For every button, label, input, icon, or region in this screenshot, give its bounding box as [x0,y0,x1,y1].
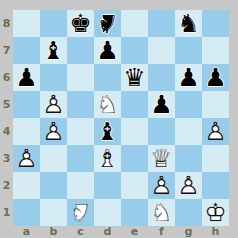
square-g2[interactable]: ♟♙ [175,172,202,199]
file-label-g: g [175,226,202,238]
piece-black-inverted-knight-d8[interactable]: ♞ [94,10,121,37]
square-c5[interactable] [67,91,94,118]
square-a8[interactable] [13,10,40,37]
rank-label-4: 4 [0,118,13,145]
square-e6[interactable]: ♛ [121,64,148,91]
square-f1[interactable]: ♞♘ [148,199,175,226]
square-d6[interactable] [94,64,121,91]
square-a4[interactable] [13,118,40,145]
piece-white-bishop-d3[interactable]: ♝♗ [94,145,121,172]
square-e4[interactable] [121,118,148,145]
square-f2[interactable]: ♟♙ [148,172,175,199]
square-c4[interactable] [67,118,94,145]
pawn-glyph: ♟ [202,64,229,91]
piece-white-king-h1[interactable]: ♚♔ [202,199,229,226]
file-label-c: c [67,226,94,238]
piece-black-pawn-d7[interactable]: ♟ [94,37,121,64]
square-h1[interactable]: ♚♔ [202,199,229,226]
square-h2[interactable] [202,172,229,199]
file-label-f: f [148,226,175,238]
piece-black-queen-e6[interactable]: ♛ [121,64,148,91]
square-f7[interactable] [148,37,175,64]
knight-glyph: ♞ [148,199,175,226]
bishop-glyph: ♝ [94,145,121,172]
pawn-glyph: ♟ [13,64,40,91]
pawn-outline-glyph: ♙ [40,91,67,118]
piece-black-pawn-f5[interactable]: ♟ [148,91,175,118]
square-a7[interactable] [13,37,40,64]
king-outline-glyph: ♔ [202,199,229,226]
piece-white-pawn-h4[interactable]: ♟♙ [202,118,229,145]
piece-white-inverted-knight-c1[interactable]: ♞♘ [67,199,94,226]
bishop-glyph: ♝ [94,118,121,145]
square-h8[interactable] [202,10,229,37]
pawn-glyph: ♟ [94,37,121,64]
square-b1[interactable] [40,199,67,226]
square-d3[interactable]: ♝♗ [94,145,121,172]
pawn-outline-glyph: ♙ [175,172,202,199]
square-f6[interactable] [148,64,175,91]
square-h6[interactable]: ♟ [202,64,229,91]
square-b7[interactable]: ♝ [40,37,67,64]
queen-outline-glyph: ♕ [148,145,175,172]
piece-black-pawn-a6[interactable]: ♟ [13,64,40,91]
queen-glyph: ♛ [121,64,148,91]
square-f8[interactable] [148,10,175,37]
piece-white-knight-f1[interactable]: ♞♘ [148,199,175,226]
pawn-glyph: ♟ [13,145,40,172]
chess-diagram: 87654321 ♚♞♞♝♟♟♛♟♟♟♙♞♘♟♟♙♝♟♙♟♙♝♗♛♕♟♙♟♙♞♘… [0,0,238,238]
rank-label-5: 5 [0,91,13,118]
square-e1[interactable] [121,199,148,226]
bishop-glyph: ♝ [40,37,67,64]
square-e3[interactable] [121,145,148,172]
knight-glyph: ♞ [94,91,121,118]
pawn-glyph: ♟ [40,91,67,118]
pawn-outline-glyph: ♙ [13,145,40,172]
square-d1[interactable] [94,199,121,226]
pawn-outline-glyph: ♙ [202,118,229,145]
square-c1[interactable]: ♞♘ [67,199,94,226]
square-a5[interactable] [13,91,40,118]
square-a3[interactable]: ♟♙ [13,145,40,172]
square-e2[interactable] [121,172,148,199]
square-g6[interactable]: ♟ [175,64,202,91]
square-g3[interactable] [175,145,202,172]
square-c2[interactable] [67,172,94,199]
pawn-glyph: ♟ [202,118,229,145]
piece-white-pawn-b5[interactable]: ♟♙ [40,91,67,118]
square-e8[interactable] [121,10,148,37]
piece-black-bishop-d4[interactable]: ♝ [94,118,121,145]
square-g7[interactable] [175,37,202,64]
file-label-d: d [94,226,121,238]
piece-black-bishop-b7[interactable]: ♝ [40,37,67,64]
piece-black-pawn-g6[interactable]: ♟ [175,64,202,91]
rank-label-1: 1 [0,199,13,226]
square-d4[interactable]: ♝ [94,118,121,145]
pawn-glyph: ♟ [40,118,67,145]
square-h4[interactable]: ♟♙ [202,118,229,145]
square-c6[interactable] [67,64,94,91]
pawn-glyph: ♟ [148,172,175,199]
square-c8[interactable]: ♚ [67,10,94,37]
file-label-a: a [13,226,40,238]
piece-black-knight-g8[interactable]: ♞ [175,10,202,37]
piece-white-pawn-f2[interactable]: ♟♙ [148,172,175,199]
file-label-e: e [121,226,148,238]
square-a1[interactable] [13,199,40,226]
knight-outline-glyph: ♘ [67,199,94,226]
king-glyph: ♚ [67,10,94,37]
square-c7[interactable] [67,37,94,64]
pawn-glyph: ♟ [148,91,175,118]
rank-label-8: 8 [0,10,13,37]
square-b4[interactable]: ♟♙ [40,118,67,145]
square-c3[interactable] [67,145,94,172]
piece-white-knight-d5[interactable]: ♞♘ [94,91,121,118]
square-b3[interactable] [40,145,67,172]
rank-label-6: 6 [0,64,13,91]
square-a2[interactable] [13,172,40,199]
rank-label-7: 7 [0,37,13,64]
file-labels: abcdefgh [13,226,229,238]
square-e7[interactable] [121,37,148,64]
square-f5[interactable]: ♟ [148,91,175,118]
rank-label-2: 2 [0,172,13,199]
piece-black-pawn-h6[interactable]: ♟ [202,64,229,91]
chess-board: ♚♞♞♝♟♟♛♟♟♟♙♞♘♟♟♙♝♟♙♟♙♝♗♛♕♟♙♟♙♞♘♞♘♚♔ [13,10,229,226]
rank-labels: 87654321 [0,10,13,226]
bishop-outline-glyph: ♗ [94,145,121,172]
square-d5[interactable]: ♞♘ [94,91,121,118]
square-g4[interactable] [175,118,202,145]
square-g1[interactable] [175,199,202,226]
square-b2[interactable] [40,172,67,199]
piece-white-pawn-g2[interactable]: ♟♙ [175,172,202,199]
rank-label-3: 3 [0,145,13,172]
piece-white-pawn-a3[interactable]: ♟♙ [13,145,40,172]
square-d7[interactable]: ♟ [94,37,121,64]
knight-glyph: ♞ [67,199,94,226]
square-b6[interactable] [40,64,67,91]
square-f3[interactable]: ♛♕ [148,145,175,172]
piece-white-pawn-b4[interactable]: ♟♙ [40,118,67,145]
file-label-b: b [40,226,67,238]
square-b8[interactable] [40,10,67,37]
square-h5[interactable] [202,91,229,118]
knight-glyph: ♞ [175,10,202,37]
square-a6[interactable]: ♟ [13,64,40,91]
file-label-h: h [202,226,229,238]
knight-glyph: ♞ [94,10,121,37]
square-e5[interactable] [121,91,148,118]
square-b5[interactable]: ♟♙ [40,91,67,118]
square-d8[interactable]: ♞ [94,10,121,37]
pawn-outline-glyph: ♙ [40,118,67,145]
square-f4[interactable] [148,118,175,145]
queen-glyph: ♛ [148,145,175,172]
square-h3[interactable] [202,145,229,172]
pawn-glyph: ♟ [175,64,202,91]
pawn-outline-glyph: ♙ [148,172,175,199]
pawn-glyph: ♟ [175,172,202,199]
square-g8[interactable]: ♞ [175,10,202,37]
knight-outline-glyph: ♘ [94,91,121,118]
king-glyph: ♚ [202,199,229,226]
knight-outline-glyph: ♘ [148,199,175,226]
square-d2[interactable] [94,172,121,199]
piece-white-queen-f3[interactable]: ♛♕ [148,145,175,172]
piece-black-king-c8[interactable]: ♚ [67,10,94,37]
square-g5[interactable] [175,91,202,118]
square-h7[interactable] [202,37,229,64]
